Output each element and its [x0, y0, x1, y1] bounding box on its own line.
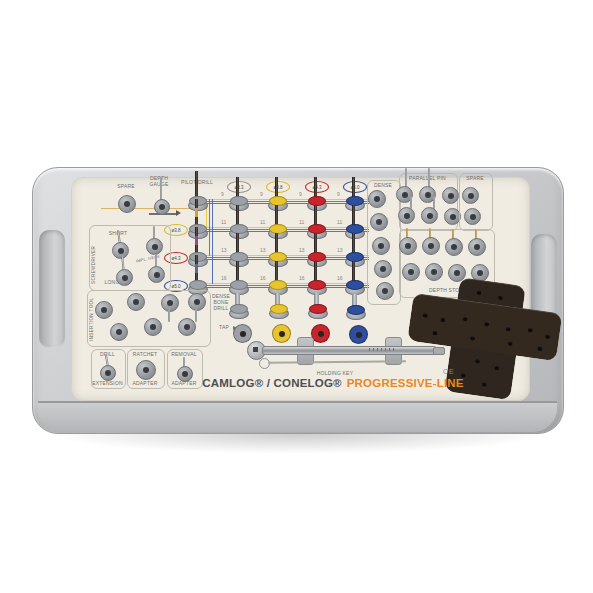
- dense-bone-drill: [228, 285, 248, 319]
- protocol-line: [212, 199, 213, 284]
- dense-slot: [372, 237, 390, 255]
- spare-label: SPARE: [111, 183, 141, 189]
- tap: [233, 324, 252, 343]
- scene: SPARE DEPTHGAUGE PILOT DRILL 7 ø3.8 ø4.3…: [0, 0, 593, 593]
- insertion-tool-slot: [161, 294, 179, 312]
- brand-text: CAMLOG® / CONELOG® PROGRESSIVE-LINE: [173, 377, 493, 389]
- ratchet-adapter-label-top: RATCHET: [127, 351, 163, 357]
- instrument-slot: [146, 238, 163, 255]
- left-handle-recess: [39, 230, 65, 348]
- insertion-tool-slot: [110, 323, 128, 341]
- ratchet-scale: [369, 348, 397, 351]
- holding-key-label: HOLDING KEY: [305, 370, 365, 376]
- brand-names: CAMLOG® / CONELOG®: [202, 377, 341, 389]
- case-front-lip: [38, 401, 557, 432]
- ratchet-square-drive: [253, 347, 258, 352]
- depth-stop-slot: [445, 238, 463, 256]
- parallel-pin-slot: [421, 207, 438, 224]
- tap: [349, 325, 368, 344]
- ratchet-adapter: [136, 360, 156, 380]
- ratchet-adapter-label-bottom: ADAPTER: [127, 380, 163, 386]
- instrument-slot: [148, 266, 165, 283]
- pilot-drill: [187, 255, 207, 295]
- depth-gauge-label: DEPTHGAUGE: [145, 175, 173, 187]
- insertion-tool: [195, 308, 197, 322]
- protocol-line: [101, 208, 197, 209]
- spare-right-label: SPARE: [459, 175, 491, 181]
- dense-column-label: DENSE: [367, 182, 399, 188]
- spare-slot: [462, 187, 479, 204]
- depth-stop-slot: [399, 237, 417, 255]
- insertion-tool-slot: [188, 293, 206, 311]
- depth-stop-slot: [422, 237, 440, 255]
- insertion-tool-vertical-label: INSERTION TOOL: [89, 295, 94, 341]
- ce-mark: CE: [443, 368, 455, 375]
- insertion-tool-slot: [178, 318, 196, 336]
- insertion-tool-slot: [144, 318, 162, 336]
- spare-slot: [464, 208, 481, 225]
- screwdriver-vertical-label: SCREWDRIVER: [91, 230, 96, 284]
- dense-bone-drill: [345, 286, 365, 320]
- dense-slot: [370, 213, 388, 231]
- dense-slot: [374, 260, 392, 278]
- depth-stop-slot: [468, 238, 486, 256]
- dense-bone-drill: [268, 285, 288, 319]
- dense-slot: [376, 282, 394, 300]
- insertion-tool: [168, 306, 170, 322]
- arrow-head-icon: [176, 210, 181, 216]
- tap-label: TAP: [215, 324, 233, 330]
- dense-slot: [368, 190, 386, 208]
- depth-gauge-slot: [154, 199, 170, 215]
- parallel-pin-slot: [442, 187, 459, 204]
- drill-extension-label-top: DRILL: [91, 351, 124, 357]
- drill-extension-label-bottom: EXTENSION: [91, 380, 124, 386]
- parallel-pin-slot: [398, 207, 415, 224]
- brand-line: PROGRESSIVE-LINE: [347, 377, 464, 389]
- surgical-kit-tray: SPARE DEPTHGAUGE PILOT DRILL 7 ø3.8 ø4.3…: [32, 167, 564, 434]
- insertion-tool-slot: [95, 301, 113, 319]
- protocol-line: [209, 199, 210, 256]
- insertion-tool-slot: [127, 293, 145, 311]
- instrument-slot: [116, 269, 133, 286]
- spare-slot: [118, 195, 136, 213]
- tap: [272, 324, 291, 343]
- instrument-slot: [100, 365, 116, 381]
- dense-bone-drill: [307, 285, 327, 319]
